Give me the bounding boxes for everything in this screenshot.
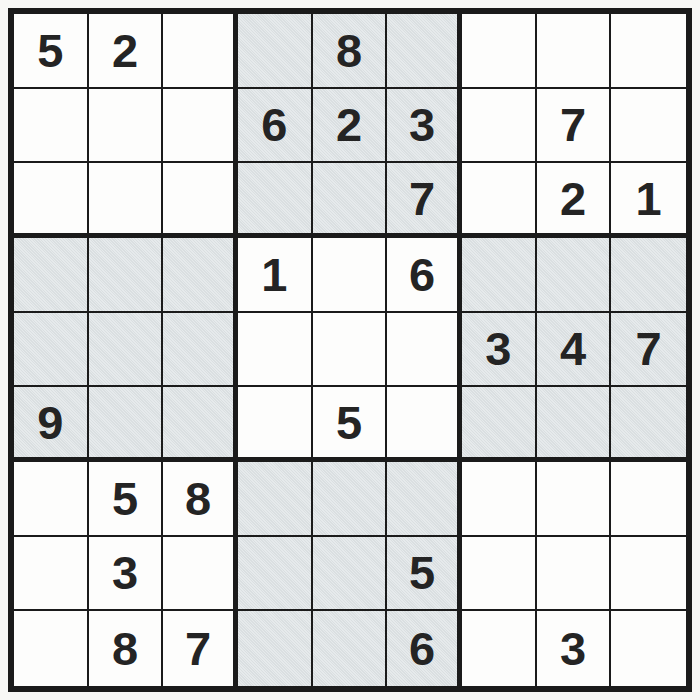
cell-r5c7-given-3[interactable]: 3 <box>462 313 537 388</box>
cell-r7c3-given-8[interactable]: 8 <box>163 462 238 537</box>
cell-r2c2-empty[interactable] <box>89 89 164 164</box>
cell-r1c3-empty[interactable] <box>163 14 238 89</box>
cell-r7c6-empty[interactable] <box>387 462 462 537</box>
cell-r9c3-given-7[interactable]: 7 <box>163 611 238 686</box>
cell-r6c3-empty[interactable] <box>163 387 238 462</box>
cell-r5c3-empty[interactable] <box>163 313 238 388</box>
cell-r3c1-empty[interactable] <box>14 163 89 238</box>
cell-r1c2-given-2[interactable]: 2 <box>89 14 164 89</box>
cell-r3c7-empty[interactable] <box>462 163 537 238</box>
cell-r3c2-empty[interactable] <box>89 163 164 238</box>
cell-r6c6-empty[interactable] <box>387 387 462 462</box>
cell-r4c1-empty[interactable] <box>14 238 89 313</box>
cell-r4c2-empty[interactable] <box>89 238 164 313</box>
cell-r6c5-given-5[interactable]: 5 <box>313 387 388 462</box>
page: 5286237721163479558358763 <box>0 0 700 700</box>
cell-r4c9-empty[interactable] <box>611 238 686 313</box>
cell-r1c6-empty[interactable] <box>387 14 462 89</box>
cell-r7c1-empty[interactable] <box>14 462 89 537</box>
cell-r5c5-empty[interactable] <box>313 313 388 388</box>
cell-r4c4-given-1[interactable]: 1 <box>238 238 313 313</box>
cell-r8c4-empty[interactable] <box>238 537 313 612</box>
cell-r8c1-empty[interactable] <box>14 537 89 612</box>
cell-r6c2-empty[interactable] <box>89 387 164 462</box>
cell-r1c4-empty[interactable] <box>238 14 313 89</box>
cell-r5c1-empty[interactable] <box>14 313 89 388</box>
cell-r3c5-empty[interactable] <box>313 163 388 238</box>
cell-r4c7-empty[interactable] <box>462 238 537 313</box>
cell-r6c4-empty[interactable] <box>238 387 313 462</box>
cell-r8c8-empty[interactable] <box>537 537 612 612</box>
cell-r4c8-empty[interactable] <box>537 238 612 313</box>
cell-r1c8-empty[interactable] <box>537 14 612 89</box>
cell-r9c5-empty[interactable] <box>313 611 388 686</box>
cell-r3c8-given-2[interactable]: 2 <box>537 163 612 238</box>
cell-r1c9-empty[interactable] <box>611 14 686 89</box>
cell-r6c7-empty[interactable] <box>462 387 537 462</box>
cell-r3c9-given-1[interactable]: 1 <box>611 163 686 238</box>
cell-r3c6-given-7[interactable]: 7 <box>387 163 462 238</box>
cell-r8c6-given-5[interactable]: 5 <box>387 537 462 612</box>
cell-r4c3-empty[interactable] <box>163 238 238 313</box>
cell-r8c5-empty[interactable] <box>313 537 388 612</box>
cell-r2c1-empty[interactable] <box>14 89 89 164</box>
cell-r2c9-empty[interactable] <box>611 89 686 164</box>
cell-r1c7-empty[interactable] <box>462 14 537 89</box>
cell-r2c3-empty[interactable] <box>163 89 238 164</box>
cell-r2c8-given-7[interactable]: 7 <box>537 89 612 164</box>
cell-r9c9-given-undefined[interactable] <box>611 611 686 686</box>
cell-r9c1-empty[interactable] <box>14 611 89 686</box>
cell-r5c6-empty[interactable] <box>387 313 462 388</box>
cell-r5c4-empty[interactable] <box>238 313 313 388</box>
sudoku-board: 5286237721163479558358763 <box>8 8 692 692</box>
cell-r5c9-given-7[interactable]: 7 <box>611 313 686 388</box>
cell-r2c4-given-6[interactable]: 6 <box>238 89 313 164</box>
cell-r7c2-given-5[interactable]: 5 <box>89 462 164 537</box>
cell-r6c1-given-9[interactable]: 9 <box>14 387 89 462</box>
cell-r8c3-empty[interactable] <box>163 537 238 612</box>
cell-r8c7-empty[interactable] <box>462 537 537 612</box>
cell-r9c4-empty[interactable] <box>238 611 313 686</box>
cell-r5c8-given-4[interactable]: 4 <box>537 313 612 388</box>
cell-r9c6-given-6[interactable]: 6 <box>387 611 462 686</box>
cell-r6c8-empty[interactable] <box>537 387 612 462</box>
cell-r8c9-empty[interactable] <box>611 537 686 612</box>
cell-r8c2-given-3[interactable]: 3 <box>89 537 164 612</box>
cell-r9c8-given-3[interactable]: 3 <box>537 611 612 686</box>
cell-r1c1-given-5[interactable]: 5 <box>14 14 89 89</box>
cell-r7c5-empty[interactable] <box>313 462 388 537</box>
cell-r3c3-empty[interactable] <box>163 163 238 238</box>
cell-r5c2-empty[interactable] <box>89 313 164 388</box>
cell-r2c5-given-2[interactable]: 2 <box>313 89 388 164</box>
cell-r7c7-empty[interactable] <box>462 462 537 537</box>
cell-r3c4-empty[interactable] <box>238 163 313 238</box>
cell-r7c4-empty[interactable] <box>238 462 313 537</box>
cell-r1c5-given-8[interactable]: 8 <box>313 14 388 89</box>
cell-r2c7-empty[interactable] <box>462 89 537 164</box>
cell-r4c5-empty[interactable] <box>313 238 388 313</box>
cell-r7c9-empty[interactable] <box>611 462 686 537</box>
cell-r9c2-given-8[interactable]: 8 <box>89 611 164 686</box>
cell-r2c6-given-3[interactable]: 3 <box>387 89 462 164</box>
cell-r4c6-given-6[interactable]: 6 <box>387 238 462 313</box>
cell-r6c9-empty[interactable] <box>611 387 686 462</box>
cell-r7c8-empty[interactable] <box>537 462 612 537</box>
cell-r9c7-empty[interactable] <box>462 611 537 686</box>
